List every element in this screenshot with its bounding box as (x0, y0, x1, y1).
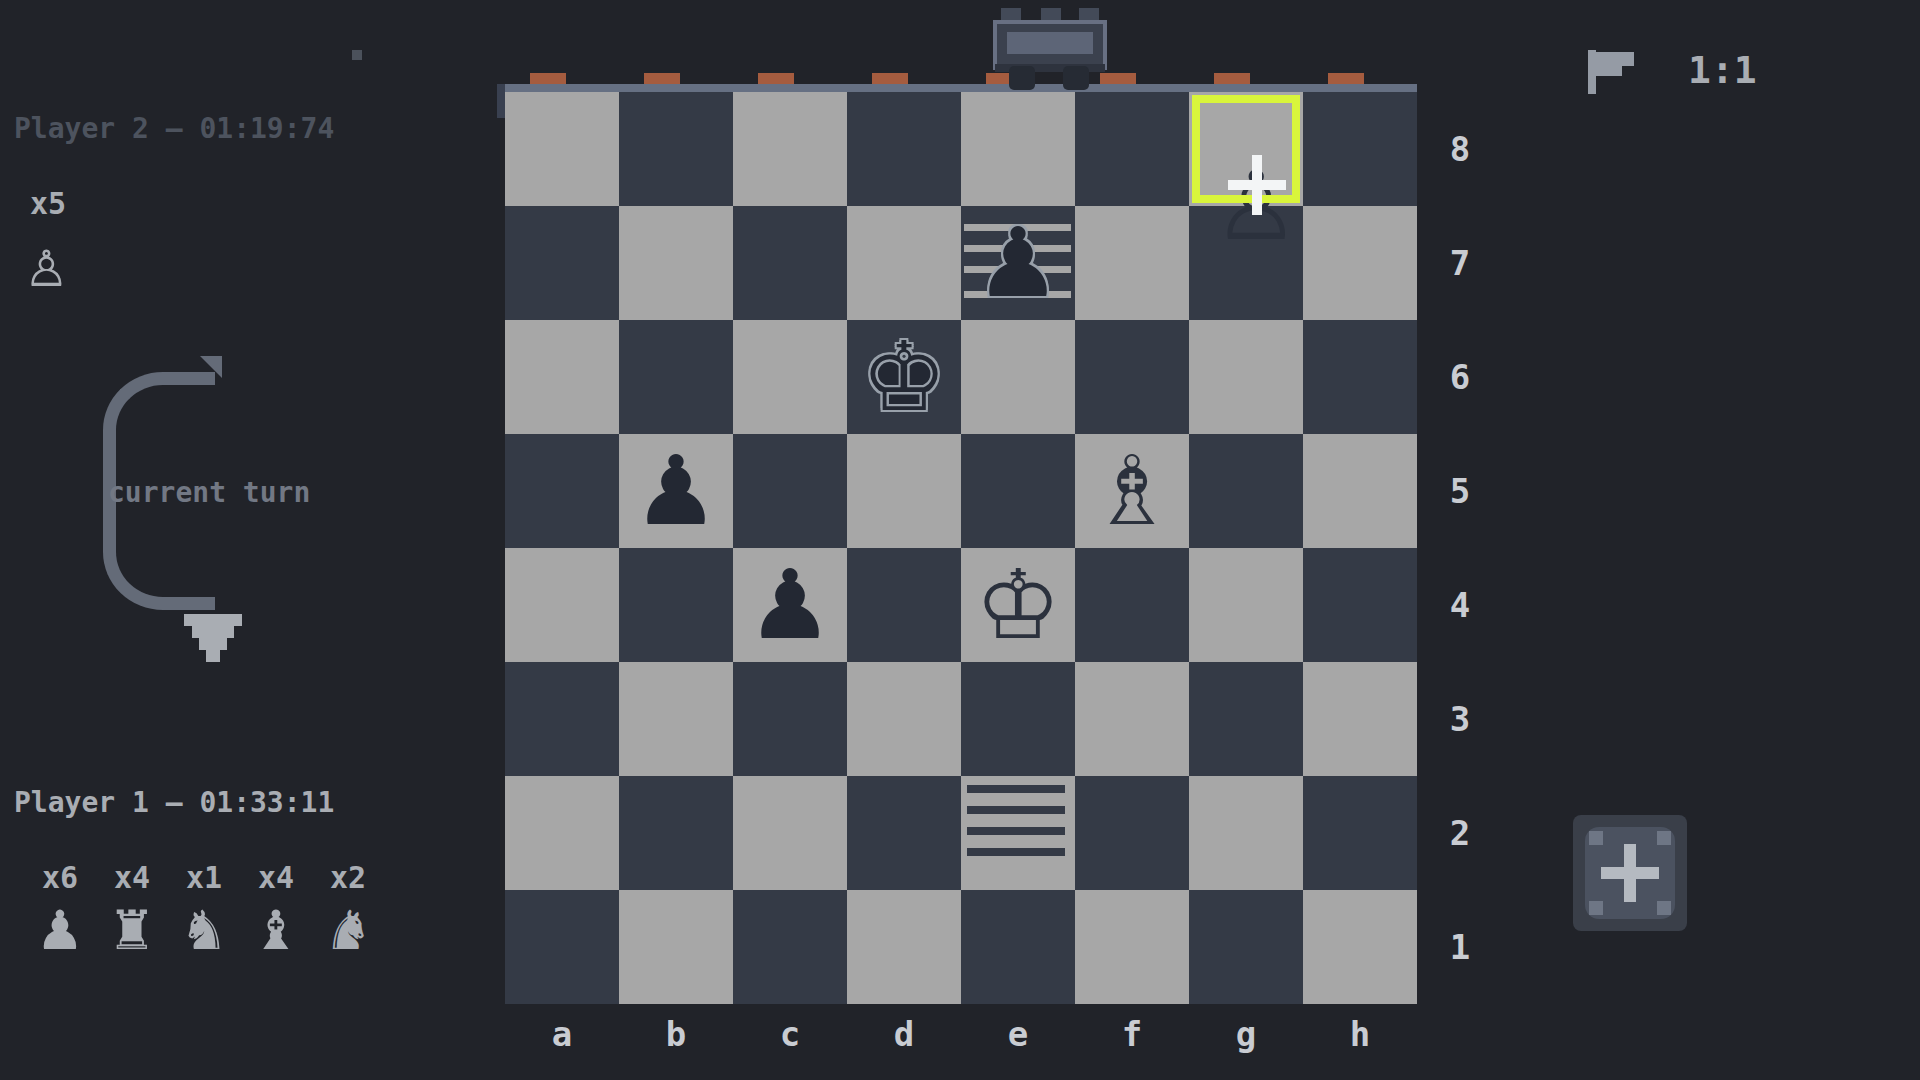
square-a7[interactable] (505, 206, 619, 320)
square-b1[interactable] (619, 890, 733, 1004)
square-d2[interactable] (847, 776, 961, 890)
tile-stripe-e2 (967, 806, 1065, 814)
square-h7[interactable] (1303, 206, 1417, 320)
rank-label-1: 1 (1438, 890, 1482, 1004)
player1-captured-tray: x6♟x4♜x1♞x4♝x2♞ (24, 858, 384, 964)
rank-label-2: 2 (1438, 776, 1482, 890)
square-d8[interactable] (847, 92, 961, 206)
square-c1[interactable] (733, 890, 847, 1004)
square-a8[interactable] (505, 92, 619, 206)
square-h5[interactable] (1303, 434, 1417, 548)
square-g6[interactable] (1189, 320, 1303, 434)
captured-count: x4 (240, 858, 312, 898)
square-a6[interactable] (505, 320, 619, 434)
square-h3[interactable] (1303, 662, 1417, 776)
turn-indicator-label: current turn (108, 476, 310, 509)
square-a2[interactable] (505, 776, 619, 890)
plus-icon (1624, 844, 1636, 902)
file-label-f: f (1075, 1008, 1189, 1060)
score-badge: 1:1 (1688, 48, 1757, 92)
square-b7[interactable] (619, 206, 733, 320)
square-b6[interactable] (619, 320, 733, 434)
piece-white-king-e4[interactable]: ♔ (961, 548, 1075, 662)
square-d3[interactable] (847, 662, 961, 776)
rank-label-3: 3 (1438, 662, 1482, 776)
square-e8[interactable] (961, 92, 1075, 206)
player2-label: Player 2 – 01:19:74 (14, 112, 334, 145)
square-g4[interactable] (1189, 548, 1303, 662)
flag-icon[interactable] (1588, 50, 1596, 94)
file-label-e: e (961, 1008, 1075, 1060)
add-button[interactable] (1573, 815, 1687, 931)
board-top-edge (497, 84, 1417, 92)
square-b3[interactable] (619, 662, 733, 776)
rank-label-4: 4 (1438, 548, 1482, 662)
rust-mark-icon (530, 73, 566, 84)
rank-label-8: 8 (1438, 92, 1482, 206)
square-b8[interactable] (619, 92, 733, 206)
rook-icon: ♜ (96, 898, 168, 964)
file-label-g: g (1189, 1008, 1303, 1060)
square-f3[interactable] (1075, 662, 1189, 776)
rust-mark-icon (1328, 73, 1364, 84)
file-label-b: b (619, 1008, 733, 1060)
captured-count: x2 (312, 858, 384, 898)
square-h4[interactable] (1303, 548, 1417, 662)
rust-mark-icon (758, 73, 794, 84)
rust-mark-icon (644, 73, 680, 84)
board-edge-notch (497, 84, 505, 118)
square-c8[interactable] (733, 92, 847, 206)
square-h1[interactable] (1303, 890, 1417, 1004)
rank-label-6: 6 (1438, 320, 1482, 434)
square-f1[interactable] (1075, 890, 1189, 1004)
square-d7[interactable] (847, 206, 961, 320)
square-c7[interactable] (733, 206, 847, 320)
square-c6[interactable] (733, 320, 847, 434)
pawn-icon: ♟ (24, 898, 96, 964)
file-label-c: c (733, 1008, 847, 1060)
cursor-cross-icon (1228, 180, 1286, 190)
square-a5[interactable] (505, 434, 619, 548)
tile-stripe-e2 (967, 827, 1065, 835)
captured-group-knight: x2♞ (312, 858, 384, 964)
piece-black-pawn-e7[interactable]: ♟ (961, 206, 1075, 320)
square-f7[interactable] (1075, 206, 1189, 320)
square-b4[interactable] (619, 548, 733, 662)
square-d5[interactable] (847, 434, 961, 548)
square-e5[interactable] (961, 434, 1075, 548)
square-f8[interactable] (1075, 92, 1189, 206)
square-h8[interactable] (1303, 92, 1417, 206)
square-f2[interactable] (1075, 776, 1189, 890)
captured-group-pawn: x6♟ (24, 858, 96, 964)
knight-icon: ♞ (168, 898, 240, 964)
file-label-h: h (1303, 1008, 1417, 1060)
tile-stripe-e2 (967, 785, 1065, 793)
captured-group-bishop: x4♝ (240, 858, 312, 964)
captured-count: x1 (168, 858, 240, 898)
player1-label: Player 1 – 01:33:11 (14, 786, 334, 819)
mine-cart-icon (985, 6, 1115, 86)
square-a4[interactable] (505, 548, 619, 662)
square-g5[interactable] (1189, 434, 1303, 548)
tile-stripe-e2 (967, 848, 1065, 856)
square-e1[interactable] (961, 890, 1075, 1004)
square-h6[interactable] (1303, 320, 1417, 434)
square-d1[interactable] (847, 890, 961, 1004)
square-g3[interactable] (1189, 662, 1303, 776)
square-d4[interactable] (847, 548, 961, 662)
file-label-a: a (505, 1008, 619, 1060)
square-c2[interactable] (733, 776, 847, 890)
square-a3[interactable] (505, 662, 619, 776)
file-label-d: d (847, 1008, 961, 1060)
piece-black-pawn-b5[interactable]: ♟ (619, 434, 733, 548)
piece-white-bishop-f5[interactable]: ♗ (1075, 434, 1189, 548)
square-f6[interactable] (1075, 320, 1189, 434)
square-f4[interactable] (1075, 548, 1189, 662)
player2-captured-pawn-icon: ♙ (24, 240, 69, 298)
captured-group-rook: x4♜ (96, 858, 168, 964)
flag-icon-notch (1622, 66, 1634, 76)
square-e6[interactable] (961, 320, 1075, 434)
player2-captured-count: x5 (30, 186, 66, 221)
piece-black-pawn-c4[interactable]: ♟ (733, 548, 847, 662)
captured-count: x4 (96, 858, 168, 898)
square-a1[interactable] (505, 890, 619, 1004)
rust-mark-icon (872, 73, 908, 84)
square-g2[interactable] (1189, 776, 1303, 890)
square-e3[interactable] (961, 662, 1075, 776)
square-c3[interactable] (733, 662, 847, 776)
captured-group-knight: x1♞ (168, 858, 240, 964)
rank-label-7: 7 (1438, 206, 1482, 320)
bishop-icon: ♝ (240, 898, 312, 964)
square-b2[interactable] (619, 776, 733, 890)
knight-icon: ♞ (312, 898, 384, 964)
rust-mark-icon (1214, 73, 1250, 84)
tiny-pixel-dot (352, 50, 362, 60)
captured-count: x6 (24, 858, 96, 898)
square-g1[interactable] (1189, 890, 1303, 1004)
square-h2[interactable] (1303, 776, 1417, 890)
rank-label-5: 5 (1438, 434, 1482, 548)
game-screen: Player 2 – 01:19:74 x5 ♙ current turn Pl… (0, 0, 1920, 1080)
piece-black-king-d6[interactable]: ♚ (847, 320, 961, 434)
square-c5[interactable] (733, 434, 847, 548)
